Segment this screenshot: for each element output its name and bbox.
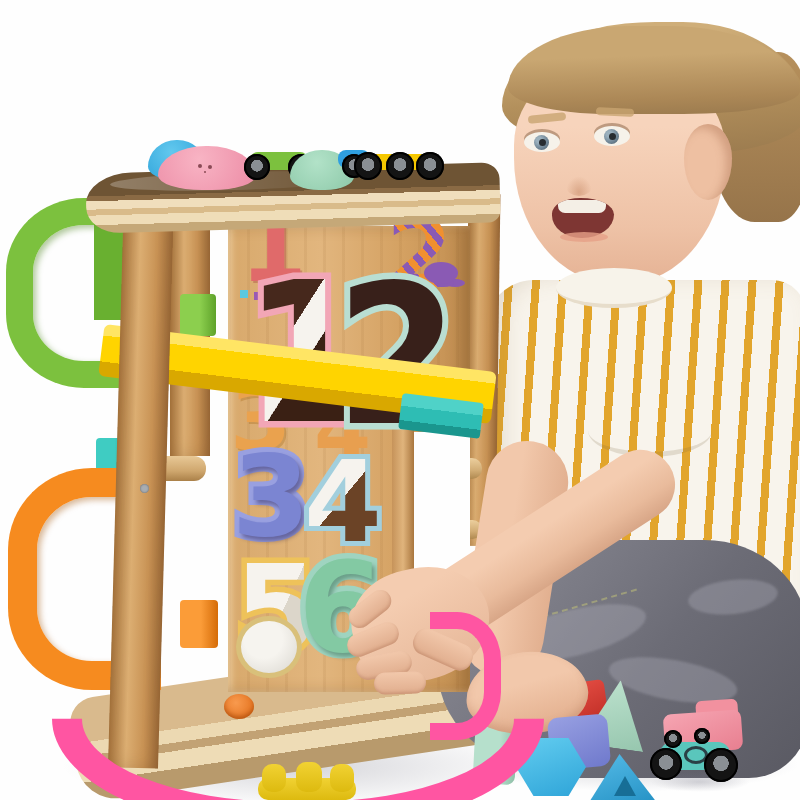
orange-ramp-end — [180, 600, 218, 648]
boy-shirt-collar — [556, 268, 672, 308]
boy-eye-right — [594, 126, 630, 146]
orange-pom-ball — [224, 694, 254, 719]
round-mirror — [236, 616, 302, 678]
boy-sleeve-cuff — [588, 404, 712, 457]
boy-lower-lip — [560, 232, 608, 242]
green-ramp-end — [180, 294, 216, 336]
boy-eye-left — [524, 132, 560, 152]
photo-scene: 1 2 3 4 1 1 2 2 3 3 4 4 5 5 6 6 — [0, 0, 800, 800]
finger — [374, 671, 427, 695]
yellow-toy-car-top — [354, 146, 446, 184]
pink-ramp-uturn — [430, 612, 501, 740]
screw-head — [140, 484, 149, 493]
boy-nose — [566, 176, 592, 196]
teal-toy-car — [652, 734, 738, 784]
